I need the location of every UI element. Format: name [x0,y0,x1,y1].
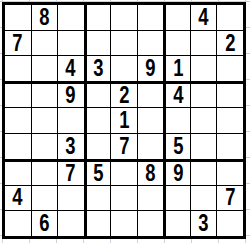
given-digit: 4 [66,57,76,80]
cell-r6c7[interactable]: 5 [164,134,190,159]
cell-r6c1[interactable] [5,134,31,159]
cell-r9c5[interactable] [111,211,137,236]
cell-r9c6[interactable] [138,211,164,236]
cell-r8c8[interactable] [191,186,217,211]
cell-r7c3[interactable]: 7 [58,160,84,185]
given-digit: 4 [13,186,23,209]
given-digit: 7 [119,135,129,158]
cell-r1c8[interactable]: 4 [191,5,217,30]
given-digit: 4 [199,6,209,29]
cell-r4c2[interactable] [32,82,58,107]
cell-r1c5[interactable] [111,5,137,30]
cell-r8c4[interactable] [85,186,111,211]
cell-r8c6[interactable] [138,186,164,211]
cell-r5c3[interactable] [58,108,84,133]
given-digit: 6 [39,212,49,235]
cell-r4c3[interactable]: 9 [58,82,84,107]
cell-r3c8[interactable] [191,56,217,81]
cell-r1c4[interactable] [85,5,111,30]
cell-r5c5[interactable]: 1 [111,108,137,133]
cell-r5c7[interactable] [164,108,190,133]
cell-r2c4[interactable] [85,31,111,56]
cell-r2c9[interactable]: 2 [217,31,243,56]
given-digit: 7 [66,162,76,185]
cell-r3c5[interactable] [111,56,137,81]
cell-r2c8[interactable] [191,31,217,56]
cell-r1c3[interactable] [58,5,84,30]
cell-r7c2[interactable] [32,160,58,185]
given-digit: 3 [199,212,209,235]
cell-r4c6[interactable] [138,82,164,107]
cell-r2c7[interactable] [164,31,190,56]
given-digit: 3 [93,57,103,80]
cell-r8c1[interactable]: 4 [5,186,31,211]
cell-r5c2[interactable] [32,108,58,133]
cell-r6c4[interactable] [85,134,111,159]
cell-r9c3[interactable] [58,211,84,236]
given-digit: 2 [225,32,235,55]
cell-r3c3[interactable]: 4 [58,56,84,81]
cell-r7c5[interactable] [111,160,137,185]
cell-r1c7[interactable] [164,5,190,30]
cell-r2c2[interactable] [32,31,58,56]
cell-r7c8[interactable] [191,160,217,185]
cell-r5c1[interactable] [5,108,31,133]
cell-r3c6[interactable]: 9 [138,56,164,81]
cell-r7c7[interactable]: 9 [164,160,190,185]
cell-r9c7[interactable] [164,211,190,236]
cell-r6c5[interactable]: 7 [111,134,137,159]
cell-r6c3[interactable]: 3 [58,134,84,159]
cell-r9c9[interactable] [217,211,243,236]
cell-r4c1[interactable] [5,82,31,107]
cell-r9c4[interactable] [85,211,111,236]
cell-r8c9[interactable]: 7 [217,186,243,211]
given-digit: 9 [173,162,183,185]
cell-r6c8[interactable] [191,134,217,159]
cell-r5c8[interactable] [191,108,217,133]
cell-r4c8[interactable] [191,82,217,107]
cell-r3c7[interactable]: 1 [164,56,190,81]
given-digit: 7 [225,186,235,209]
given-digit: 5 [173,135,183,158]
cell-r3c2[interactable] [32,56,58,81]
cell-r8c7[interactable] [164,186,190,211]
cell-r7c6[interactable]: 8 [138,160,164,185]
cell-r6c6[interactable] [138,134,164,159]
given-digit: 8 [145,162,155,185]
given-digit: 5 [93,162,103,185]
cell-r5c9[interactable] [217,108,243,133]
given-digit: 3 [66,135,76,158]
cell-r6c2[interactable] [32,134,58,159]
given-digit: 9 [66,84,76,107]
given-digit: 4 [173,84,183,107]
cell-r1c9[interactable] [217,5,243,30]
given-digit: 2 [119,84,129,107]
cell-r8c5[interactable] [111,186,137,211]
given-digit: 8 [39,6,49,29]
cell-r3c4[interactable]: 3 [85,56,111,81]
cell-r8c2[interactable] [32,186,58,211]
cell-r9c2[interactable]: 6 [32,211,58,236]
cell-r2c3[interactable] [58,31,84,56]
given-digit: 1 [173,57,183,80]
cell-r9c1[interactable] [5,211,31,236]
cell-r7c1[interactable] [5,160,31,185]
cell-r2c1[interactable]: 7 [5,31,31,56]
cell-r5c6[interactable] [138,108,164,133]
cell-r2c6[interactable] [138,31,164,56]
cell-r3c9[interactable] [217,56,243,81]
cell-r9c8[interactable]: 3 [191,211,217,236]
sudoku-board: 84724391924137575894763 [2,2,246,239]
cell-r4c4[interactable] [85,82,111,107]
cell-r7c4[interactable]: 5 [85,160,111,185]
cell-r6c9[interactable] [217,134,243,159]
given-digit: 1 [119,109,129,132]
given-digit: 7 [13,32,23,55]
cell-r1c6[interactable] [138,5,164,30]
cell-r1c1[interactable] [5,5,31,30]
cell-r4c5[interactable]: 2 [111,82,137,107]
given-digit: 9 [145,57,155,80]
cell-r2c5[interactable] [111,31,137,56]
cell-r8c3[interactable] [58,186,84,211]
cell-r1c2[interactable]: 8 [32,5,58,30]
cell-r4c7[interactable]: 4 [164,82,190,107]
cell-r3c1[interactable] [5,56,31,81]
cell-r7c9[interactable] [217,160,243,185]
cell-r5c4[interactable] [85,108,111,133]
cell-r4c9[interactable] [217,82,243,107]
